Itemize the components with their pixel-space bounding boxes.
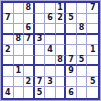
cell-r3c7[interactable] xyxy=(66,24,77,35)
cell-r8c9: 5 xyxy=(87,77,98,88)
cell-r6c7: 7 xyxy=(66,56,77,67)
cell-r9c7: 6 xyxy=(66,87,77,98)
given-digit: 8 xyxy=(79,24,85,32)
cell-r8c1[interactable] xyxy=(3,77,14,88)
cell-r4c5[interactable] xyxy=(45,35,56,46)
given-digit: 8 xyxy=(26,4,32,12)
cell-r1c9: 7 xyxy=(87,3,98,14)
given-digit: 3 xyxy=(47,78,53,86)
given-digit: 8 xyxy=(16,35,22,43)
cell-r6c9[interactable] xyxy=(87,56,98,67)
cell-r6c1[interactable] xyxy=(3,56,14,67)
given-digit: 3 xyxy=(37,35,43,43)
cell-r3c8: 8 xyxy=(77,24,88,35)
cell-r3c4[interactable] xyxy=(35,24,46,35)
cell-r3c2[interactable] xyxy=(14,24,25,35)
given-digit: 7 xyxy=(37,78,43,86)
cell-r3c5[interactable] xyxy=(45,24,56,35)
cell-r4c3: 7 xyxy=(24,35,35,46)
given-digit: 7 xyxy=(68,56,74,64)
given-digit: 5 xyxy=(68,14,74,22)
given-digit: 4 xyxy=(5,89,11,97)
cell-r1c4[interactable] xyxy=(35,3,46,14)
cell-r3c1[interactable] xyxy=(3,24,14,35)
cell-r4c4: 3 xyxy=(35,35,46,46)
sudoku-frame: 817762568873241875192735456 xyxy=(0,0,101,101)
cell-r7c3[interactable] xyxy=(24,66,35,77)
cell-r1c7[interactable] xyxy=(66,3,77,14)
cell-r8c3: 2 xyxy=(24,77,35,88)
cell-r9c2[interactable] xyxy=(14,87,25,98)
cell-r6c2[interactable] xyxy=(14,56,25,67)
cell-r5c5: 4 xyxy=(45,45,56,56)
given-digit: 8 xyxy=(57,56,63,64)
given-digit: 6 xyxy=(68,89,74,97)
cell-r7c2: 1 xyxy=(14,66,25,77)
cell-r1c6: 1 xyxy=(56,3,67,14)
cell-r2c7: 5 xyxy=(66,14,77,25)
cell-r8c6[interactable] xyxy=(56,77,67,88)
cell-r8c7[interactable] xyxy=(66,77,77,88)
cell-r9c9[interactable] xyxy=(87,87,98,98)
cell-r6c6: 8 xyxy=(56,56,67,67)
cell-r4c2: 8 xyxy=(14,35,25,46)
cell-r7c6[interactable] xyxy=(56,66,67,77)
cell-r2c9[interactable] xyxy=(87,14,98,25)
cell-r9c3[interactable] xyxy=(24,87,35,98)
cell-r6c5[interactable] xyxy=(45,56,56,67)
cell-r8c8[interactable] xyxy=(77,77,88,88)
cell-r1c5[interactable] xyxy=(45,3,56,14)
cell-r9c4: 5 xyxy=(35,87,46,98)
cell-r8c2[interactable] xyxy=(14,77,25,88)
cell-r3c6[interactable] xyxy=(56,24,67,35)
given-digit: 1 xyxy=(57,4,63,12)
cell-r3c3: 6 xyxy=(24,24,35,35)
cell-r2c6: 2 xyxy=(56,14,67,25)
cell-r2c4[interactable] xyxy=(35,14,46,25)
given-digit: 7 xyxy=(5,14,11,22)
cell-r4c6[interactable] xyxy=(56,35,67,46)
cell-r2c2[interactable] xyxy=(14,14,25,25)
cell-r9c5[interactable] xyxy=(45,87,56,98)
sudoku-board: 817762568873241875192735456 xyxy=(1,1,100,100)
given-digit: 1 xyxy=(90,46,96,54)
cell-r7c5[interactable] xyxy=(45,66,56,77)
cell-r6c4[interactable] xyxy=(35,56,46,67)
cell-r7c9[interactable] xyxy=(87,66,98,77)
cell-r1c2[interactable] xyxy=(14,3,25,14)
given-digit: 4 xyxy=(47,46,53,54)
cell-r9c8[interactable] xyxy=(77,87,88,98)
cell-r5c3[interactable] xyxy=(24,45,35,56)
given-digit: 9 xyxy=(68,67,74,75)
given-digit: 5 xyxy=(37,89,43,97)
cell-r5c4[interactable] xyxy=(35,45,46,56)
cell-r2c5: 6 xyxy=(45,14,56,25)
given-digit: 6 xyxy=(47,14,53,22)
cell-r2c1: 7 xyxy=(3,14,14,25)
cell-r5c1: 2 xyxy=(3,45,14,56)
given-digit: 2 xyxy=(5,46,11,54)
cell-r8c5: 3 xyxy=(45,77,56,88)
cell-r1c8[interactable] xyxy=(77,3,88,14)
cell-r4c7[interactable] xyxy=(66,35,77,46)
cell-r7c7: 9 xyxy=(66,66,77,77)
cell-r7c1[interactable] xyxy=(3,66,14,77)
given-digit: 2 xyxy=(26,78,32,86)
given-digit: 7 xyxy=(90,4,96,12)
cell-r4c1[interactable] xyxy=(3,35,14,46)
cell-r7c8[interactable] xyxy=(77,66,88,77)
cell-r9c6[interactable] xyxy=(56,87,67,98)
cell-r1c1[interactable] xyxy=(3,3,14,14)
cell-r6c8: 5 xyxy=(77,56,88,67)
given-digit: 5 xyxy=(90,78,96,86)
cell-r5c9: 1 xyxy=(87,45,98,56)
cell-r9c1: 4 xyxy=(3,87,14,98)
given-digit: 7 xyxy=(26,35,32,43)
given-digit: 6 xyxy=(26,24,32,32)
given-digit: 1 xyxy=(16,67,22,75)
cell-r4c8[interactable] xyxy=(77,35,88,46)
cell-r1c3: 8 xyxy=(24,3,35,14)
cell-r8c4: 7 xyxy=(35,77,46,88)
given-digit: 5 xyxy=(79,56,85,64)
cell-r3c9[interactable] xyxy=(87,24,98,35)
cell-r4c9[interactable] xyxy=(87,35,98,46)
cell-r5c2[interactable] xyxy=(14,45,25,56)
cell-r6c3[interactable] xyxy=(24,56,35,67)
cell-r7c4[interactable] xyxy=(35,66,46,77)
given-digit: 2 xyxy=(57,14,63,22)
